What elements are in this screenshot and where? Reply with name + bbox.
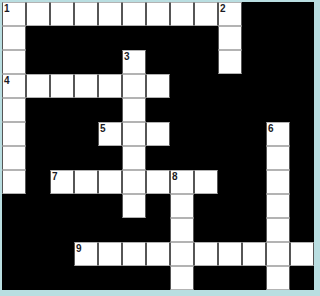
cell-r11c8[interactable]: [170, 242, 194, 266]
cell-r2c2: [26, 26, 50, 50]
clue-number: 5: [100, 123, 106, 134]
cell-r9c11: [242, 194, 266, 218]
cell-r10c11: [242, 218, 266, 242]
cell-r3c11: [242, 50, 266, 74]
cell-r12c11: [242, 266, 266, 290]
cell-r8c2: [26, 170, 50, 194]
cell-r11c10[interactable]: [218, 242, 242, 266]
cell-r7c10: [218, 146, 242, 170]
cell-r11c3: [50, 242, 74, 266]
cell-r1c3[interactable]: [50, 2, 74, 26]
cell-r1c4[interactable]: [74, 2, 98, 26]
cell-r10c4: [74, 218, 98, 242]
cell-r1c9[interactable]: [194, 2, 218, 26]
cell-r6c12[interactable]: 6: [266, 122, 290, 146]
cell-r1c1[interactable]: 1: [2, 2, 26, 26]
cell-r7c11: [242, 146, 266, 170]
cell-r10c5: [98, 218, 122, 242]
cell-r8c12[interactable]: [266, 170, 290, 194]
cell-r10c3: [50, 218, 74, 242]
cell-r2c3: [50, 26, 74, 50]
cell-r9c12[interactable]: [266, 194, 290, 218]
clue-number: 7: [52, 171, 58, 182]
cell-r11c5[interactable]: [98, 242, 122, 266]
cell-r8c5[interactable]: [98, 170, 122, 194]
cell-r6c3: [50, 122, 74, 146]
cell-r11c7[interactable]: [146, 242, 170, 266]
cell-r1c5[interactable]: [98, 2, 122, 26]
cell-r12c6: [122, 266, 146, 290]
clue-number: 6: [268, 123, 274, 134]
cell-r3c7: [146, 50, 170, 74]
cell-r11c12[interactable]: [266, 242, 290, 266]
cell-r12c1: [2, 266, 26, 290]
cell-r4c1[interactable]: 4: [2, 74, 26, 98]
cell-r7c3: [50, 146, 74, 170]
cell-r10c8[interactable]: [170, 218, 194, 242]
cell-r7c1[interactable]: [2, 146, 26, 170]
cell-r6c6[interactable]: [122, 122, 146, 146]
cell-r3c13: [290, 50, 314, 74]
cell-r5c3: [50, 98, 74, 122]
cell-r6c4: [74, 122, 98, 146]
cell-r6c10: [218, 122, 242, 146]
cell-r4c6[interactable]: [122, 74, 146, 98]
cell-r7c2: [26, 146, 50, 170]
cell-r10c2: [26, 218, 50, 242]
cell-r5c11: [242, 98, 266, 122]
cell-r9c9: [194, 194, 218, 218]
cell-r12c3: [50, 266, 74, 290]
cell-r1c7[interactable]: [146, 2, 170, 26]
cell-r6c7[interactable]: [146, 122, 170, 146]
cell-r1c2[interactable]: [26, 2, 50, 26]
cell-r10c7: [146, 218, 170, 242]
cell-r3c12: [266, 50, 290, 74]
cell-r3c3: [50, 50, 74, 74]
cell-r5c2: [26, 98, 50, 122]
cell-r3c5: [98, 50, 122, 74]
cell-r8c13: [290, 170, 314, 194]
cell-r4c3[interactable]: [50, 74, 74, 98]
cell-r4c11: [242, 74, 266, 98]
cell-r4c10: [218, 74, 242, 98]
cell-r9c5: [98, 194, 122, 218]
cell-r12c12[interactable]: [266, 266, 290, 290]
cell-r10c9: [194, 218, 218, 242]
cell-r8c9[interactable]: [194, 170, 218, 194]
cell-r12c9: [194, 266, 218, 290]
cell-r2c4: [74, 26, 98, 50]
clue-number: 1: [4, 3, 10, 14]
cell-r9c10: [218, 194, 242, 218]
cell-r5c12: [266, 98, 290, 122]
cell-r7c7: [146, 146, 170, 170]
cell-r7c5: [98, 146, 122, 170]
cell-r6c2: [26, 122, 50, 146]
cell-r6c1[interactable]: [2, 122, 26, 146]
cell-r7c8: [170, 146, 194, 170]
cell-r10c10: [218, 218, 242, 242]
cell-r6c8: [170, 122, 194, 146]
cell-r8c7[interactable]: [146, 170, 170, 194]
cell-r8c8[interactable]: 8: [170, 170, 194, 194]
cell-r5c7: [146, 98, 170, 122]
cell-r6c9: [194, 122, 218, 146]
cell-r9c4: [74, 194, 98, 218]
cell-r11c9[interactable]: [194, 242, 218, 266]
cell-r2c9: [194, 26, 218, 50]
cell-r4c5[interactable]: [98, 74, 122, 98]
clue-number: 2: [220, 3, 226, 14]
clue-number: 3: [124, 51, 130, 62]
cell-r8c3[interactable]: 7: [50, 170, 74, 194]
cell-r2c10[interactable]: [218, 26, 242, 50]
clue-number: 9: [76, 243, 82, 254]
cell-r11c6[interactable]: [122, 242, 146, 266]
cell-r2c7: [146, 26, 170, 50]
cell-r11c11[interactable]: [242, 242, 266, 266]
cell-r11c1: [2, 242, 26, 266]
clue-number: 8: [172, 171, 178, 182]
cell-r7c12[interactable]: [266, 146, 290, 170]
cell-r3c8: [170, 50, 194, 74]
cell-r5c1[interactable]: [2, 98, 26, 122]
cell-r8c11: [242, 170, 266, 194]
cell-r5c8: [170, 98, 194, 122]
cell-r1c13: [290, 2, 314, 26]
cell-r5c10: [218, 98, 242, 122]
cell-r11c4[interactable]: 9: [74, 242, 98, 266]
cell-r12c10: [218, 266, 242, 290]
cell-r12c2: [26, 266, 50, 290]
cell-r2c1[interactable]: [2, 26, 26, 50]
cell-r9c13: [290, 194, 314, 218]
cell-r4c9: [194, 74, 218, 98]
cell-r3c9: [194, 50, 218, 74]
cell-r2c8: [170, 26, 194, 50]
cell-r5c4: [74, 98, 98, 122]
cell-r3c10[interactable]: [218, 50, 242, 74]
cell-r10c6: [122, 218, 146, 242]
cell-r5c5: [98, 98, 122, 122]
cell-r3c6[interactable]: 3: [122, 50, 146, 74]
cell-r5c6[interactable]: [122, 98, 146, 122]
cell-r11c13[interactable]: [290, 242, 314, 266]
cell-r8c10: [218, 170, 242, 194]
cell-r12c4: [74, 266, 98, 290]
cell-r9c1: [2, 194, 26, 218]
cell-r7c13: [290, 146, 314, 170]
cell-r2c11: [242, 26, 266, 50]
cell-r9c8[interactable]: [170, 194, 194, 218]
cell-r6c5[interactable]: 5: [98, 122, 122, 146]
cell-r12c5: [98, 266, 122, 290]
cell-r3c4: [74, 50, 98, 74]
cell-r9c7: [146, 194, 170, 218]
cell-r11c2: [26, 242, 50, 266]
cell-r10c13: [290, 218, 314, 242]
cell-r10c12[interactable]: [266, 218, 290, 242]
cell-r1c10[interactable]: 2: [218, 2, 242, 26]
clue-number: 4: [4, 75, 10, 86]
cell-r4c12: [266, 74, 290, 98]
cell-r4c2[interactable]: [26, 74, 50, 98]
cell-r5c13: [290, 98, 314, 122]
cell-r7c4: [74, 146, 98, 170]
cell-r1c8[interactable]: [170, 2, 194, 26]
cell-r7c6[interactable]: [122, 146, 146, 170]
cell-r3c2: [26, 50, 50, 74]
cell-r6c13: [290, 122, 314, 146]
cell-r4c4[interactable]: [74, 74, 98, 98]
cell-r10c1: [2, 218, 26, 242]
cell-r1c6[interactable]: [122, 2, 146, 26]
cell-r2c5: [98, 26, 122, 50]
cell-r8c4[interactable]: [74, 170, 98, 194]
crossword-screenshot: 123456789: [0, 0, 320, 296]
cell-r4c8: [170, 74, 194, 98]
cell-r4c13: [290, 74, 314, 98]
cell-r8c1[interactable]: [2, 170, 26, 194]
cell-r1c12: [266, 2, 290, 26]
cell-r2c12: [266, 26, 290, 50]
cell-r5c9: [194, 98, 218, 122]
cell-r12c7: [146, 266, 170, 290]
crossword-grid: 123456789: [2, 2, 314, 290]
cell-r2c13: [290, 26, 314, 50]
cell-r12c8[interactable]: [170, 266, 194, 290]
cell-r6c11: [242, 122, 266, 146]
cell-r7c9: [194, 146, 218, 170]
cell-r3c1[interactable]: [2, 50, 26, 74]
cell-r9c2: [26, 194, 50, 218]
cell-r4c7[interactable]: [146, 74, 170, 98]
cell-r2c6: [122, 26, 146, 50]
cell-r12c13: [290, 266, 314, 290]
cell-r9c3: [50, 194, 74, 218]
cell-r9c6[interactable]: [122, 194, 146, 218]
cell-r1c11: [242, 2, 266, 26]
cell-r8c6[interactable]: [122, 170, 146, 194]
